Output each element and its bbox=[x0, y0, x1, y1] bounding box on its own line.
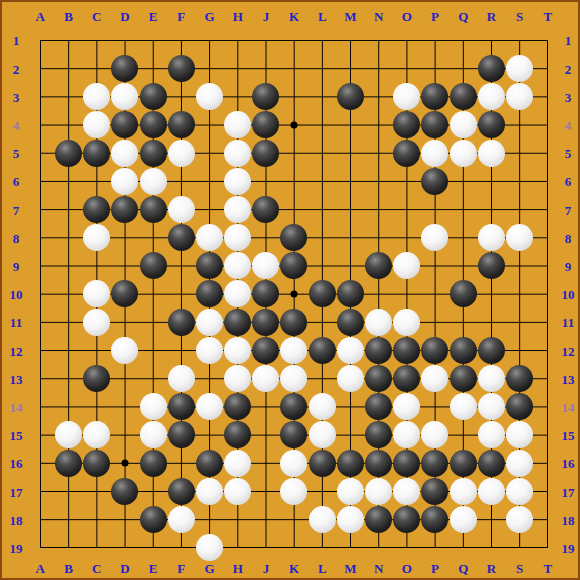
intersection-A12[interactable] bbox=[26, 336, 54, 364]
intersection-K5[interactable] bbox=[280, 139, 308, 167]
intersection-L17[interactable] bbox=[308, 477, 336, 505]
intersection-N12[interactable] bbox=[364, 336, 392, 364]
intersection-Q17[interactable] bbox=[449, 477, 477, 505]
intersection-B5[interactable] bbox=[54, 139, 82, 167]
intersection-Q7[interactable] bbox=[449, 195, 477, 223]
intersection-J10[interactable] bbox=[252, 280, 280, 308]
intersection-N9[interactable] bbox=[364, 252, 392, 280]
intersection-C14[interactable] bbox=[83, 393, 111, 421]
intersection-D11[interactable] bbox=[111, 308, 139, 336]
intersection-M9[interactable] bbox=[336, 252, 364, 280]
intersection-G4[interactable] bbox=[195, 111, 223, 139]
intersection-C4[interactable] bbox=[83, 111, 111, 139]
intersection-E7[interactable] bbox=[139, 195, 167, 223]
intersection-F3[interactable] bbox=[167, 83, 195, 111]
intersection-D7[interactable] bbox=[111, 195, 139, 223]
intersection-T19[interactable] bbox=[534, 534, 562, 562]
intersection-G6[interactable] bbox=[195, 167, 223, 195]
intersection-F1[interactable] bbox=[167, 26, 195, 54]
intersection-L4[interactable] bbox=[308, 111, 336, 139]
intersection-A16[interactable] bbox=[26, 449, 54, 477]
intersection-R8[interactable] bbox=[477, 224, 505, 252]
intersection-O10[interactable] bbox=[393, 280, 421, 308]
intersection-N2[interactable] bbox=[364, 54, 392, 82]
intersection-B11[interactable] bbox=[54, 308, 82, 336]
intersection-H12[interactable] bbox=[224, 336, 252, 364]
intersection-D14[interactable] bbox=[111, 393, 139, 421]
intersection-P1[interactable] bbox=[421, 26, 449, 54]
intersection-K1[interactable] bbox=[280, 26, 308, 54]
intersection-H3[interactable] bbox=[224, 83, 252, 111]
intersection-F11[interactable] bbox=[167, 308, 195, 336]
intersection-O1[interactable] bbox=[393, 26, 421, 54]
intersection-M1[interactable] bbox=[336, 26, 364, 54]
intersection-C5[interactable] bbox=[83, 139, 111, 167]
intersection-Q19[interactable] bbox=[449, 534, 477, 562]
intersection-M18[interactable] bbox=[336, 505, 364, 533]
intersection-E1[interactable] bbox=[139, 26, 167, 54]
intersection-C6[interactable] bbox=[83, 167, 111, 195]
intersection-L19[interactable] bbox=[308, 534, 336, 562]
intersection-A17[interactable] bbox=[26, 477, 54, 505]
intersection-B7[interactable] bbox=[54, 195, 82, 223]
intersection-G14[interactable] bbox=[195, 393, 223, 421]
intersection-S3[interactable] bbox=[505, 83, 533, 111]
intersection-J2[interactable] bbox=[252, 54, 280, 82]
intersection-D6[interactable] bbox=[111, 167, 139, 195]
intersection-G17[interactable] bbox=[195, 477, 223, 505]
intersection-P16[interactable] bbox=[421, 449, 449, 477]
intersection-Q4[interactable] bbox=[449, 111, 477, 139]
intersection-C8[interactable] bbox=[83, 224, 111, 252]
intersection-H19[interactable] bbox=[224, 534, 252, 562]
intersection-D13[interactable] bbox=[111, 364, 139, 392]
intersection-E18[interactable] bbox=[139, 505, 167, 533]
intersection-E5[interactable] bbox=[139, 139, 167, 167]
intersection-E8[interactable] bbox=[139, 224, 167, 252]
intersection-G11[interactable] bbox=[195, 308, 223, 336]
intersection-Q3[interactable] bbox=[449, 83, 477, 111]
intersection-H2[interactable] bbox=[224, 54, 252, 82]
intersection-O18[interactable] bbox=[393, 505, 421, 533]
intersection-C3[interactable] bbox=[83, 83, 111, 111]
intersection-T4[interactable] bbox=[534, 111, 562, 139]
intersection-T8[interactable] bbox=[534, 224, 562, 252]
intersection-A1[interactable] bbox=[26, 26, 54, 54]
intersection-B15[interactable] bbox=[54, 421, 82, 449]
intersection-P5[interactable] bbox=[421, 139, 449, 167]
intersection-H4[interactable] bbox=[224, 111, 252, 139]
intersection-E13[interactable] bbox=[139, 364, 167, 392]
intersection-M13[interactable] bbox=[336, 364, 364, 392]
intersection-P10[interactable] bbox=[421, 280, 449, 308]
intersection-L12[interactable] bbox=[308, 336, 336, 364]
intersection-H15[interactable] bbox=[224, 421, 252, 449]
intersection-F8[interactable] bbox=[167, 224, 195, 252]
intersection-N4[interactable] bbox=[364, 111, 392, 139]
intersection-M19[interactable] bbox=[336, 534, 364, 562]
intersection-G3[interactable] bbox=[195, 83, 223, 111]
intersection-C12[interactable] bbox=[83, 336, 111, 364]
intersection-M2[interactable] bbox=[336, 54, 364, 82]
intersection-A4[interactable] bbox=[26, 111, 54, 139]
intersection-P18[interactable] bbox=[421, 505, 449, 533]
intersection-L3[interactable] bbox=[308, 83, 336, 111]
intersection-C11[interactable] bbox=[83, 308, 111, 336]
intersection-G16[interactable] bbox=[195, 449, 223, 477]
intersection-B13[interactable] bbox=[54, 364, 82, 392]
intersection-A2[interactable] bbox=[26, 54, 54, 82]
intersection-F14[interactable] bbox=[167, 393, 195, 421]
intersection-S5[interactable] bbox=[505, 139, 533, 167]
intersection-O7[interactable] bbox=[393, 195, 421, 223]
intersection-F4[interactable] bbox=[167, 111, 195, 139]
intersection-T11[interactable] bbox=[534, 308, 562, 336]
intersection-Q5[interactable] bbox=[449, 139, 477, 167]
intersection-J6[interactable] bbox=[252, 167, 280, 195]
intersection-L13[interactable] bbox=[308, 364, 336, 392]
intersection-H14[interactable] bbox=[224, 393, 252, 421]
intersection-E3[interactable] bbox=[139, 83, 167, 111]
intersection-F9[interactable] bbox=[167, 252, 195, 280]
intersection-A10[interactable] bbox=[26, 280, 54, 308]
intersection-K13[interactable] bbox=[280, 364, 308, 392]
intersection-M6[interactable] bbox=[336, 167, 364, 195]
intersection-J7[interactable] bbox=[252, 195, 280, 223]
intersection-M8[interactable] bbox=[336, 224, 364, 252]
intersection-G18[interactable] bbox=[195, 505, 223, 533]
intersection-E15[interactable] bbox=[139, 421, 167, 449]
intersection-M10[interactable] bbox=[336, 280, 364, 308]
intersection-D16[interactable] bbox=[111, 449, 139, 477]
intersection-S15[interactable] bbox=[505, 421, 533, 449]
intersection-P7[interactable] bbox=[421, 195, 449, 223]
intersection-J16[interactable] bbox=[252, 449, 280, 477]
intersection-N16[interactable] bbox=[364, 449, 392, 477]
intersection-Q14[interactable] bbox=[449, 393, 477, 421]
intersection-Q13[interactable] bbox=[449, 364, 477, 392]
intersection-B16[interactable] bbox=[54, 449, 82, 477]
intersection-R1[interactable] bbox=[477, 26, 505, 54]
intersection-T10[interactable] bbox=[534, 280, 562, 308]
intersection-P2[interactable] bbox=[421, 54, 449, 82]
intersection-O4[interactable] bbox=[393, 111, 421, 139]
intersection-M7[interactable] bbox=[336, 195, 364, 223]
intersection-S6[interactable] bbox=[505, 167, 533, 195]
intersection-K16[interactable] bbox=[280, 449, 308, 477]
intersection-F13[interactable] bbox=[167, 364, 195, 392]
intersection-A9[interactable] bbox=[26, 252, 54, 280]
intersection-J8[interactable] bbox=[252, 224, 280, 252]
intersection-N5[interactable] bbox=[364, 139, 392, 167]
intersection-J4[interactable] bbox=[252, 111, 280, 139]
intersection-G1[interactable] bbox=[195, 26, 223, 54]
intersection-S18[interactable] bbox=[505, 505, 533, 533]
intersection-S19[interactable] bbox=[505, 534, 533, 562]
intersection-S11[interactable] bbox=[505, 308, 533, 336]
intersection-A7[interactable] bbox=[26, 195, 54, 223]
intersection-J17[interactable] bbox=[252, 477, 280, 505]
intersection-B10[interactable] bbox=[54, 280, 82, 308]
intersection-D5[interactable] bbox=[111, 139, 139, 167]
intersection-K2[interactable] bbox=[280, 54, 308, 82]
intersection-P13[interactable] bbox=[421, 364, 449, 392]
intersection-O19[interactable] bbox=[393, 534, 421, 562]
intersection-K11[interactable] bbox=[280, 308, 308, 336]
intersection-R6[interactable] bbox=[477, 167, 505, 195]
intersection-Q8[interactable] bbox=[449, 224, 477, 252]
intersection-E2[interactable] bbox=[139, 54, 167, 82]
intersection-C18[interactable] bbox=[83, 505, 111, 533]
intersection-K4[interactable] bbox=[280, 111, 308, 139]
intersection-S14[interactable] bbox=[505, 393, 533, 421]
intersection-R11[interactable] bbox=[477, 308, 505, 336]
intersection-R14[interactable] bbox=[477, 393, 505, 421]
intersection-R16[interactable] bbox=[477, 449, 505, 477]
intersection-M16[interactable] bbox=[336, 449, 364, 477]
intersection-F19[interactable] bbox=[167, 534, 195, 562]
intersection-G10[interactable] bbox=[195, 280, 223, 308]
intersection-H8[interactable] bbox=[224, 224, 252, 252]
intersection-O11[interactable] bbox=[393, 308, 421, 336]
intersection-H17[interactable] bbox=[224, 477, 252, 505]
intersection-A5[interactable] bbox=[26, 139, 54, 167]
intersection-T18[interactable] bbox=[534, 505, 562, 533]
intersection-Q11[interactable] bbox=[449, 308, 477, 336]
intersection-M11[interactable] bbox=[336, 308, 364, 336]
intersection-R17[interactable] bbox=[477, 477, 505, 505]
intersection-B18[interactable] bbox=[54, 505, 82, 533]
intersection-P11[interactable] bbox=[421, 308, 449, 336]
intersection-L6[interactable] bbox=[308, 167, 336, 195]
intersection-H11[interactable] bbox=[224, 308, 252, 336]
intersection-J15[interactable] bbox=[252, 421, 280, 449]
intersection-T17[interactable] bbox=[534, 477, 562, 505]
intersection-N15[interactable] bbox=[364, 421, 392, 449]
intersection-P4[interactable] bbox=[421, 111, 449, 139]
intersection-Q15[interactable] bbox=[449, 421, 477, 449]
intersection-E14[interactable] bbox=[139, 393, 167, 421]
intersection-P19[interactable] bbox=[421, 534, 449, 562]
intersection-F10[interactable] bbox=[167, 280, 195, 308]
intersection-O2[interactable] bbox=[393, 54, 421, 82]
intersection-H18[interactable] bbox=[224, 505, 252, 533]
intersection-L9[interactable] bbox=[308, 252, 336, 280]
intersection-D3[interactable] bbox=[111, 83, 139, 111]
intersection-Q18[interactable] bbox=[449, 505, 477, 533]
intersection-R15[interactable] bbox=[477, 421, 505, 449]
intersection-E9[interactable] bbox=[139, 252, 167, 280]
intersection-J3[interactable] bbox=[252, 83, 280, 111]
intersection-T12[interactable] bbox=[534, 336, 562, 364]
intersection-A15[interactable] bbox=[26, 421, 54, 449]
intersection-K3[interactable] bbox=[280, 83, 308, 111]
intersection-C9[interactable] bbox=[83, 252, 111, 280]
intersection-J9[interactable] bbox=[252, 252, 280, 280]
intersection-F7[interactable] bbox=[167, 195, 195, 223]
intersection-S2[interactable] bbox=[505, 54, 533, 82]
intersection-R3[interactable] bbox=[477, 83, 505, 111]
intersection-J5[interactable] bbox=[252, 139, 280, 167]
intersection-S9[interactable] bbox=[505, 252, 533, 280]
intersection-K19[interactable] bbox=[280, 534, 308, 562]
intersection-C1[interactable] bbox=[83, 26, 111, 54]
intersection-L1[interactable] bbox=[308, 26, 336, 54]
stones-grid[interactable] bbox=[26, 26, 562, 562]
intersection-C16[interactable] bbox=[83, 449, 111, 477]
intersection-R10[interactable] bbox=[477, 280, 505, 308]
intersection-O14[interactable] bbox=[393, 393, 421, 421]
intersection-E17[interactable] bbox=[139, 477, 167, 505]
intersection-K17[interactable] bbox=[280, 477, 308, 505]
intersection-M5[interactable] bbox=[336, 139, 364, 167]
intersection-Q10[interactable] bbox=[449, 280, 477, 308]
intersection-A13[interactable] bbox=[26, 364, 54, 392]
intersection-R4[interactable] bbox=[477, 111, 505, 139]
intersection-C17[interactable] bbox=[83, 477, 111, 505]
intersection-J1[interactable] bbox=[252, 26, 280, 54]
intersection-G15[interactable] bbox=[195, 421, 223, 449]
intersection-N1[interactable] bbox=[364, 26, 392, 54]
intersection-A18[interactable] bbox=[26, 505, 54, 533]
intersection-O8[interactable] bbox=[393, 224, 421, 252]
intersection-H5[interactable] bbox=[224, 139, 252, 167]
intersection-K6[interactable] bbox=[280, 167, 308, 195]
intersection-N7[interactable] bbox=[364, 195, 392, 223]
intersection-D18[interactable] bbox=[111, 505, 139, 533]
intersection-P12[interactable] bbox=[421, 336, 449, 364]
intersection-B6[interactable] bbox=[54, 167, 82, 195]
intersection-S4[interactable] bbox=[505, 111, 533, 139]
intersection-F6[interactable] bbox=[167, 167, 195, 195]
intersection-J12[interactable] bbox=[252, 336, 280, 364]
intersection-N19[interactable] bbox=[364, 534, 392, 562]
intersection-O9[interactable] bbox=[393, 252, 421, 280]
intersection-K14[interactable] bbox=[280, 393, 308, 421]
intersection-M17[interactable] bbox=[336, 477, 364, 505]
intersection-G7[interactable] bbox=[195, 195, 223, 223]
intersection-O15[interactable] bbox=[393, 421, 421, 449]
intersection-A11[interactable] bbox=[26, 308, 54, 336]
intersection-F15[interactable] bbox=[167, 421, 195, 449]
intersection-B12[interactable] bbox=[54, 336, 82, 364]
intersection-M12[interactable] bbox=[336, 336, 364, 364]
intersection-L2[interactable] bbox=[308, 54, 336, 82]
intersection-L16[interactable] bbox=[308, 449, 336, 477]
intersection-E16[interactable] bbox=[139, 449, 167, 477]
intersection-P17[interactable] bbox=[421, 477, 449, 505]
intersection-G5[interactable] bbox=[195, 139, 223, 167]
intersection-R19[interactable] bbox=[477, 534, 505, 562]
intersection-K18[interactable] bbox=[280, 505, 308, 533]
intersection-R5[interactable] bbox=[477, 139, 505, 167]
intersection-B9[interactable] bbox=[54, 252, 82, 280]
intersection-H9[interactable] bbox=[224, 252, 252, 280]
intersection-K9[interactable] bbox=[280, 252, 308, 280]
intersection-R13[interactable] bbox=[477, 364, 505, 392]
intersection-L8[interactable] bbox=[308, 224, 336, 252]
intersection-P3[interactable] bbox=[421, 83, 449, 111]
intersection-L7[interactable] bbox=[308, 195, 336, 223]
intersection-S1[interactable] bbox=[505, 26, 533, 54]
intersection-O13[interactable] bbox=[393, 364, 421, 392]
intersection-N11[interactable] bbox=[364, 308, 392, 336]
intersection-Q1[interactable] bbox=[449, 26, 477, 54]
intersection-Q16[interactable] bbox=[449, 449, 477, 477]
intersection-F16[interactable] bbox=[167, 449, 195, 477]
intersection-T9[interactable] bbox=[534, 252, 562, 280]
intersection-D15[interactable] bbox=[111, 421, 139, 449]
intersection-T14[interactable] bbox=[534, 393, 562, 421]
intersection-B1[interactable] bbox=[54, 26, 82, 54]
intersection-D17[interactable] bbox=[111, 477, 139, 505]
intersection-E11[interactable] bbox=[139, 308, 167, 336]
intersection-H1[interactable] bbox=[224, 26, 252, 54]
intersection-B3[interactable] bbox=[54, 83, 82, 111]
intersection-D4[interactable] bbox=[111, 111, 139, 139]
intersection-Q12[interactable] bbox=[449, 336, 477, 364]
intersection-T3[interactable] bbox=[534, 83, 562, 111]
intersection-R2[interactable] bbox=[477, 54, 505, 82]
intersection-N18[interactable] bbox=[364, 505, 392, 533]
intersection-J18[interactable] bbox=[252, 505, 280, 533]
intersection-A3[interactable] bbox=[26, 83, 54, 111]
intersection-T2[interactable] bbox=[534, 54, 562, 82]
intersection-B19[interactable] bbox=[54, 534, 82, 562]
intersection-K10[interactable] bbox=[280, 280, 308, 308]
intersection-O12[interactable] bbox=[393, 336, 421, 364]
intersection-K15[interactable] bbox=[280, 421, 308, 449]
intersection-N17[interactable] bbox=[364, 477, 392, 505]
intersection-B8[interactable] bbox=[54, 224, 82, 252]
intersection-M15[interactable] bbox=[336, 421, 364, 449]
intersection-L5[interactable] bbox=[308, 139, 336, 167]
intersection-P8[interactable] bbox=[421, 224, 449, 252]
intersection-H10[interactable] bbox=[224, 280, 252, 308]
intersection-R12[interactable] bbox=[477, 336, 505, 364]
intersection-S8[interactable] bbox=[505, 224, 533, 252]
intersection-F17[interactable] bbox=[167, 477, 195, 505]
intersection-B17[interactable] bbox=[54, 477, 82, 505]
intersection-G9[interactable] bbox=[195, 252, 223, 280]
intersection-B4[interactable] bbox=[54, 111, 82, 139]
intersection-E4[interactable] bbox=[139, 111, 167, 139]
intersection-C15[interactable] bbox=[83, 421, 111, 449]
intersection-L14[interactable] bbox=[308, 393, 336, 421]
intersection-A8[interactable] bbox=[26, 224, 54, 252]
intersection-O16[interactable] bbox=[393, 449, 421, 477]
intersection-C2[interactable] bbox=[83, 54, 111, 82]
intersection-J13[interactable] bbox=[252, 364, 280, 392]
intersection-G2[interactable] bbox=[195, 54, 223, 82]
intersection-A6[interactable] bbox=[26, 167, 54, 195]
intersection-L10[interactable] bbox=[308, 280, 336, 308]
intersection-K12[interactable] bbox=[280, 336, 308, 364]
intersection-C7[interactable] bbox=[83, 195, 111, 223]
intersection-H7[interactable] bbox=[224, 195, 252, 223]
intersection-P9[interactable] bbox=[421, 252, 449, 280]
intersection-R9[interactable] bbox=[477, 252, 505, 280]
intersection-N6[interactable] bbox=[364, 167, 392, 195]
intersection-S13[interactable] bbox=[505, 364, 533, 392]
intersection-R18[interactable] bbox=[477, 505, 505, 533]
intersection-E10[interactable] bbox=[139, 280, 167, 308]
intersection-M14[interactable] bbox=[336, 393, 364, 421]
intersection-G8[interactable] bbox=[195, 224, 223, 252]
intersection-C10[interactable] bbox=[83, 280, 111, 308]
intersection-J19[interactable] bbox=[252, 534, 280, 562]
intersection-F5[interactable] bbox=[167, 139, 195, 167]
